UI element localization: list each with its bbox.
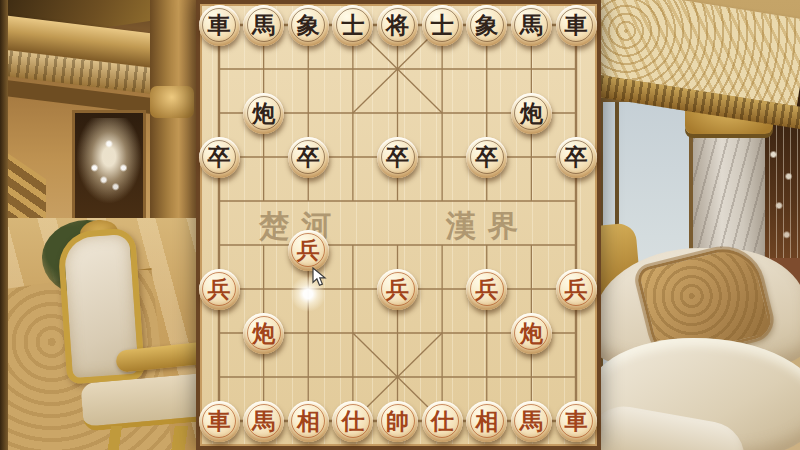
piece-red-elephant[interactable]: 相 bbox=[466, 401, 507, 442]
piece-character: 馬 bbox=[520, 13, 543, 36]
crystal-sconce bbox=[76, 118, 142, 204]
gilded-armchair bbox=[50, 228, 196, 450]
piece-character: 卒 bbox=[475, 145, 498, 168]
piece-red-advisor[interactable]: 仕 bbox=[422, 401, 463, 442]
piece-black-soldier[interactable]: 卒 bbox=[199, 137, 240, 178]
piece-character: 兵 bbox=[386, 277, 409, 300]
piece-black-elephant[interactable]: 象 bbox=[288, 5, 329, 46]
piece-red-advisor[interactable]: 仕 bbox=[332, 401, 373, 442]
piece-black-soldier[interactable]: 卒 bbox=[466, 137, 507, 178]
piece-black-advisor[interactable]: 士 bbox=[422, 5, 463, 46]
piece-black-cannon[interactable]: 炮 bbox=[511, 93, 552, 134]
piece-character: 卒 bbox=[297, 145, 320, 168]
piece-character: 仕 bbox=[341, 409, 364, 432]
piece-red-chariot[interactable]: 車 bbox=[556, 401, 597, 442]
piece-red-cannon[interactable]: 炮 bbox=[511, 313, 552, 354]
piece-red-soldier-advanced[interactable]: 兵 bbox=[288, 230, 329, 271]
piece-character: 兵 bbox=[297, 238, 320, 261]
piece-character: 相 bbox=[297, 409, 320, 432]
piece-black-elephant[interactable]: 象 bbox=[466, 5, 507, 46]
piece-character: 車 bbox=[565, 409, 588, 432]
piece-character: 車 bbox=[565, 13, 588, 36]
piece-red-horse[interactable]: 馬 bbox=[243, 401, 284, 442]
piece-character: 兵 bbox=[565, 277, 588, 300]
piece-character: 兵 bbox=[475, 277, 498, 300]
piece-character: 兵 bbox=[208, 277, 231, 300]
piece-character: 炮 bbox=[252, 321, 275, 344]
piece-black-soldier[interactable]: 卒 bbox=[377, 137, 418, 178]
piece-character: 馬 bbox=[252, 13, 275, 36]
cream-sofa bbox=[601, 246, 800, 450]
piece-black-horse[interactable]: 馬 bbox=[243, 5, 284, 46]
piece-black-general[interactable]: 将 bbox=[377, 5, 418, 46]
river-text-han-jie: 漢界 bbox=[445, 208, 530, 243]
piece-character: 士 bbox=[341, 13, 364, 36]
background-room-right bbox=[601, 0, 800, 450]
piece-red-soldier[interactable]: 兵 bbox=[556, 269, 597, 310]
piece-black-cannon[interactable]: 炮 bbox=[243, 93, 284, 134]
piece-character: 相 bbox=[475, 409, 498, 432]
piece-character: 象 bbox=[475, 13, 498, 36]
piece-red-general[interactable]: 帥 bbox=[377, 401, 418, 442]
piece-black-horse[interactable]: 馬 bbox=[511, 5, 552, 46]
piece-black-advisor[interactable]: 士 bbox=[332, 5, 373, 46]
piece-black-soldier[interactable]: 卒 bbox=[556, 137, 597, 178]
chair-legs bbox=[90, 426, 196, 450]
board-grid: 楚河 漢界 bbox=[196, 0, 601, 450]
mouse-cursor-icon bbox=[312, 267, 328, 288]
piece-character: 仕 bbox=[431, 409, 454, 432]
piece-character: 将 bbox=[386, 13, 409, 36]
piece-character: 炮 bbox=[252, 101, 275, 124]
piece-character: 卒 bbox=[565, 145, 588, 168]
screenshot-root: 楚河 漢界 車馬象士将士象馬車炮炮卒卒卒卒卒兵兵兵兵兵炮炮車馬相仕帥仕相馬車 bbox=[0, 0, 800, 450]
piece-character: 卒 bbox=[208, 145, 231, 168]
piece-character: 士 bbox=[431, 13, 454, 36]
piece-character: 炮 bbox=[520, 101, 543, 124]
piece-red-cannon[interactable]: 炮 bbox=[243, 313, 284, 354]
crystal-chandelier bbox=[762, 118, 800, 264]
piece-black-chariot[interactable]: 車 bbox=[556, 5, 597, 46]
piece-red-soldier[interactable]: 兵 bbox=[199, 269, 240, 310]
piece-character: 馬 bbox=[520, 409, 543, 432]
piece-red-soldier[interactable]: 兵 bbox=[377, 269, 418, 310]
piece-character: 帥 bbox=[386, 409, 409, 432]
piece-red-horse[interactable]: 馬 bbox=[511, 401, 552, 442]
xiangqi-board[interactable]: 楚河 漢界 車馬象士将士象馬車炮炮卒卒卒卒卒兵兵兵兵兵炮炮車馬相仕帥仕相馬車 bbox=[196, 0, 601, 450]
piece-character: 車 bbox=[208, 13, 231, 36]
piece-black-soldier[interactable]: 卒 bbox=[288, 137, 329, 178]
piece-character: 炮 bbox=[520, 321, 543, 344]
frame-edge-left bbox=[0, 0, 8, 450]
piece-character: 象 bbox=[297, 13, 320, 36]
piece-character: 卒 bbox=[386, 145, 409, 168]
piece-character: 馬 bbox=[252, 409, 275, 432]
piece-character: 車 bbox=[208, 409, 231, 432]
background-room-left bbox=[0, 0, 196, 450]
column-capital bbox=[150, 86, 194, 118]
piece-red-chariot[interactable]: 車 bbox=[199, 401, 240, 442]
piece-black-chariot[interactable]: 車 bbox=[199, 5, 240, 46]
piece-red-soldier[interactable]: 兵 bbox=[466, 269, 507, 310]
piece-red-elephant[interactable]: 相 bbox=[288, 401, 329, 442]
